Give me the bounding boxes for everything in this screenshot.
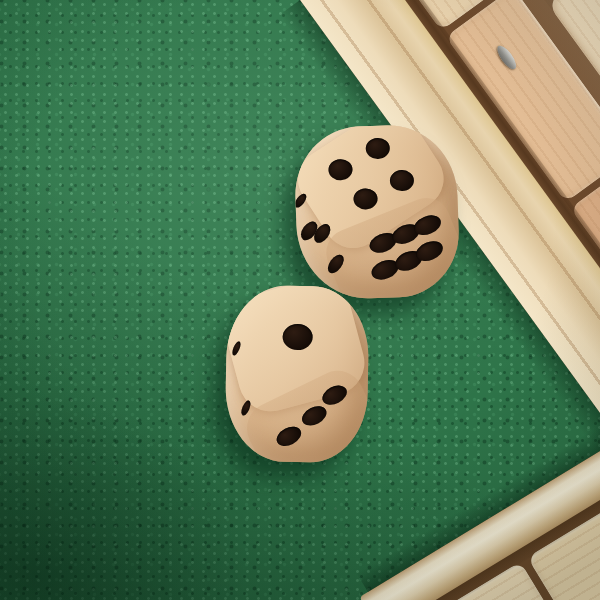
pip (353, 188, 378, 210)
pip (365, 138, 390, 160)
die-top-face (224, 285, 369, 419)
pip (282, 324, 312, 351)
pip (390, 170, 415, 192)
shut-the-box-scene (0, 0, 600, 600)
pip (273, 423, 304, 450)
die-far[interactable] (293, 123, 461, 301)
pip (240, 399, 253, 416)
pip (231, 340, 242, 356)
die-near[interactable] (224, 285, 369, 463)
pip (325, 252, 347, 276)
pip (328, 159, 353, 181)
pip (299, 402, 330, 429)
pip (293, 192, 308, 210)
pip (319, 382, 350, 409)
